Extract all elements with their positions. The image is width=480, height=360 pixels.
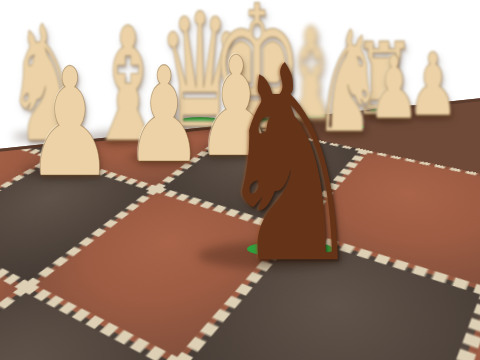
piece-white-pawn-1[interactable]: ♟ bbox=[3, 48, 137, 198]
white-pawn-glyph: ♟ bbox=[26, 48, 115, 198]
pieces-layer: ♞♟♝♟♛♟♚♝♞♜♟♟♞ bbox=[0, 0, 480, 360]
piece-dark-knight[interactable]: ♞ bbox=[169, 31, 411, 301]
scene: ♞♟♝♟♛♟♚♝♞♜♟♟♞ bbox=[0, 0, 480, 360]
dark-knight-glyph: ♞ bbox=[215, 31, 365, 301]
